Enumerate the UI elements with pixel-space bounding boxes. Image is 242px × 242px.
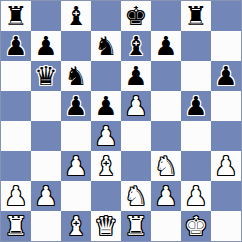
white-pawn-icon: ♟ [154,181,177,211]
square-b3[interactable] [31,151,61,181]
black-rook-icon: ♜ [4,1,27,31]
square-d7[interactable]: ♞ [91,31,121,61]
square-b8[interactable] [31,1,61,31]
white-king-icon: ♚ [184,211,207,241]
square-f4[interactable] [151,121,181,151]
black-bishop-icon: ♝ [124,31,147,61]
square-d2[interactable] [91,181,121,211]
square-f7[interactable]: ♟ [151,31,181,61]
square-g1[interactable]: ♚ [181,211,211,241]
square-b1[interactable] [31,211,61,241]
black-knight-icon: ♞ [64,61,87,91]
square-g2[interactable]: ♟ [181,181,211,211]
square-a7[interactable]: ♟ [1,31,31,61]
white-bishop-icon: ♝ [94,151,117,181]
white-knight-icon: ♞ [154,151,177,181]
square-f1[interactable] [151,211,181,241]
square-h4[interactable] [211,121,241,151]
square-f6[interactable] [151,61,181,91]
square-e1[interactable]: ♜ [121,211,151,241]
square-h6[interactable]: ♟ [211,61,241,91]
square-h5[interactable] [211,91,241,121]
black-queen-icon: ♛ [34,61,57,91]
square-b6[interactable]: ♛ [31,61,61,91]
square-a2[interactable]: ♟ [1,181,31,211]
square-d1[interactable]: ♛ [91,211,121,241]
square-a6[interactable] [1,61,31,91]
square-d5[interactable]: ♟ [91,91,121,121]
square-c3[interactable]: ♟ [61,151,91,181]
white-rook-icon: ♜ [4,211,27,241]
white-pawn-icon: ♟ [124,91,147,121]
white-pawn-icon: ♟ [94,121,117,151]
white-rook-icon: ♜ [124,211,147,241]
black-bishop-icon: ♝ [64,1,87,31]
white-pawn-icon: ♟ [4,181,27,211]
square-a4[interactable] [1,121,31,151]
square-g6[interactable] [181,61,211,91]
white-bishop-icon: ♝ [64,211,87,241]
square-a3[interactable] [1,151,31,181]
black-pawn-icon: ♟ [4,31,27,61]
square-e8[interactable]: ♚ [121,1,151,31]
square-b5[interactable] [31,91,61,121]
square-e2[interactable]: ♞ [121,181,151,211]
black-king-icon: ♚ [124,1,147,31]
square-c1[interactable]: ♝ [61,211,91,241]
square-f5[interactable] [151,91,181,121]
black-pawn-icon: ♟ [214,61,237,91]
square-b7[interactable]: ♟ [31,31,61,61]
square-g8[interactable]: ♜ [181,1,211,31]
black-pawn-icon: ♟ [154,31,177,61]
black-pawn-icon: ♟ [64,91,87,121]
square-c2[interactable] [61,181,91,211]
square-d6[interactable] [91,61,121,91]
square-f3[interactable]: ♞ [151,151,181,181]
square-h1[interactable] [211,211,241,241]
black-pawn-icon: ♟ [184,91,207,121]
black-pawn-icon: ♟ [124,61,147,91]
square-e7[interactable]: ♝ [121,31,151,61]
square-g4[interactable] [181,121,211,151]
chess-board-container: ♜♝♚♜♟♟♞♝♟♛♞♟♟♟♟♟♟♟♟♝♞♟♟♟♞♟♟♜♝♛♜♚ [0,0,242,242]
white-pawn-icon: ♟ [214,151,237,181]
square-f2[interactable]: ♟ [151,181,181,211]
square-c4[interactable] [61,121,91,151]
square-g3[interactable] [181,151,211,181]
square-c7[interactable] [61,31,91,61]
square-e6[interactable]: ♟ [121,61,151,91]
square-h2[interactable] [211,181,241,211]
white-pawn-icon: ♟ [184,181,207,211]
white-pawn-icon: ♟ [34,181,57,211]
white-queen-icon: ♛ [94,211,117,241]
square-c5[interactable]: ♟ [61,91,91,121]
square-c6[interactable]: ♞ [61,61,91,91]
black-pawn-icon: ♟ [94,91,117,121]
square-h8[interactable] [211,1,241,31]
chess-board: ♜♝♚♜♟♟♞♝♟♛♞♟♟♟♟♟♟♟♟♝♞♟♟♟♞♟♟♜♝♛♜♚ [0,0,242,242]
square-d8[interactable] [91,1,121,31]
white-knight-icon: ♞ [124,181,147,211]
square-d4[interactable]: ♟ [91,121,121,151]
square-e4[interactable] [121,121,151,151]
square-e5[interactable]: ♟ [121,91,151,121]
white-pawn-icon: ♟ [64,151,87,181]
square-f8[interactable] [151,1,181,31]
black-pawn-icon: ♟ [34,31,57,61]
square-h3[interactable]: ♟ [211,151,241,181]
square-b4[interactable] [31,121,61,151]
square-d3[interactable]: ♝ [91,151,121,181]
square-e3[interactable] [121,151,151,181]
square-a5[interactable] [1,91,31,121]
square-b2[interactable]: ♟ [31,181,61,211]
square-g5[interactable]: ♟ [181,91,211,121]
black-rook-icon: ♜ [184,1,207,31]
square-a8[interactable]: ♜ [1,1,31,31]
square-h7[interactable] [211,31,241,61]
black-knight-icon: ♞ [94,31,117,61]
square-c8[interactable]: ♝ [61,1,91,31]
square-g7[interactable] [181,31,211,61]
square-a1[interactable]: ♜ [1,211,31,241]
